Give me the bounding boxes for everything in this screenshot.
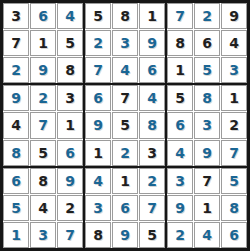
sudoku-board: 3647152985812397467298641539234718566749…	[0, 0, 250, 251]
cell-r4c1[interactable]: 9	[3, 85, 29, 111]
cell-r8c6[interactable]: 7	[139, 195, 165, 221]
cell-r5c7[interactable]: 6	[167, 112, 193, 138]
cell-r3c8[interactable]: 5	[194, 57, 220, 83]
cell-r8c1[interactable]: 5	[3, 195, 29, 221]
cell-r2c3[interactable]: 5	[57, 30, 83, 56]
cell-r7c1[interactable]: 6	[3, 168, 29, 194]
cell-r9c9[interactable]: 6	[221, 222, 247, 248]
cell-r3c2[interactable]: 9	[30, 57, 56, 83]
cell-r9c2[interactable]: 3	[30, 222, 56, 248]
box-8: 412367895	[85, 168, 165, 248]
cell-r5c2[interactable]: 7	[30, 112, 56, 138]
cell-r8c8[interactable]: 1	[194, 195, 220, 221]
cell-r1c2[interactable]: 6	[30, 3, 56, 29]
box-7: 689542137	[3, 168, 83, 248]
cell-r2c9[interactable]: 4	[221, 30, 247, 56]
cell-r9c1[interactable]: 1	[3, 222, 29, 248]
cell-r3c9[interactable]: 3	[221, 57, 247, 83]
cell-r6c8[interactable]: 9	[194, 140, 220, 166]
cell-r2c1[interactable]: 7	[3, 30, 29, 56]
cell-r1c6[interactable]: 1	[139, 3, 165, 29]
cell-r2c7[interactable]: 8	[167, 30, 193, 56]
cell-r1c5[interactable]: 8	[112, 3, 138, 29]
cell-r3c7[interactable]: 1	[167, 57, 193, 83]
cell-r1c7[interactable]: 7	[167, 3, 193, 29]
cell-r7c6[interactable]: 2	[139, 168, 165, 194]
cell-r9c5[interactable]: 9	[112, 222, 138, 248]
cell-r4c4[interactable]: 6	[85, 85, 111, 111]
cell-r2c6[interactable]: 9	[139, 30, 165, 56]
cell-r3c5[interactable]: 4	[112, 57, 138, 83]
cell-r6c4[interactable]: 1	[85, 140, 111, 166]
cell-r5c9[interactable]: 2	[221, 112, 247, 138]
cell-r1c1[interactable]: 3	[3, 3, 29, 29]
cell-r6c1[interactable]: 8	[3, 140, 29, 166]
box-6: 581632497	[167, 85, 247, 165]
cell-r5c3[interactable]: 1	[57, 112, 83, 138]
cell-r8c9[interactable]: 8	[221, 195, 247, 221]
box-5: 674958123	[85, 85, 165, 165]
cell-r4c8[interactable]: 8	[194, 85, 220, 111]
cell-r1c3[interactable]: 4	[57, 3, 83, 29]
cell-r6c2[interactable]: 5	[30, 140, 56, 166]
cell-r4c2[interactable]: 2	[30, 85, 56, 111]
cell-r4c3[interactable]: 3	[57, 85, 83, 111]
box-4: 923471856	[3, 85, 83, 165]
cell-r2c2[interactable]: 1	[30, 30, 56, 56]
cell-r7c5[interactable]: 1	[112, 168, 138, 194]
cell-r8c3[interactable]: 2	[57, 195, 83, 221]
cell-r1c8[interactable]: 2	[194, 3, 220, 29]
cell-r4c6[interactable]: 4	[139, 85, 165, 111]
cell-r1c4[interactable]: 5	[85, 3, 111, 29]
cell-r9c7[interactable]: 2	[167, 222, 193, 248]
box-9: 375918246	[167, 168, 247, 248]
cell-r5c5[interactable]: 5	[112, 112, 138, 138]
cell-r8c2[interactable]: 4	[30, 195, 56, 221]
cell-r5c6[interactable]: 8	[139, 112, 165, 138]
cell-r3c6[interactable]: 6	[139, 57, 165, 83]
cell-r4c9[interactable]: 1	[221, 85, 247, 111]
cell-r3c1[interactable]: 2	[3, 57, 29, 83]
cell-r5c1[interactable]: 4	[3, 112, 29, 138]
cell-r5c4[interactable]: 9	[85, 112, 111, 138]
cell-r7c2[interactable]: 8	[30, 168, 56, 194]
cell-r7c8[interactable]: 7	[194, 168, 220, 194]
box-3: 729864153	[167, 3, 247, 83]
cell-r2c4[interactable]: 2	[85, 30, 111, 56]
cell-r1c9[interactable]: 9	[221, 3, 247, 29]
cell-r8c7[interactable]: 9	[167, 195, 193, 221]
cell-r3c3[interactable]: 8	[57, 57, 83, 83]
cell-r6c3[interactable]: 6	[57, 140, 83, 166]
cell-r8c5[interactable]: 6	[112, 195, 138, 221]
cell-r4c5[interactable]: 7	[112, 85, 138, 111]
box-1: 364715298	[3, 3, 83, 83]
cell-r7c9[interactable]: 5	[221, 168, 247, 194]
cell-r9c8[interactable]: 4	[194, 222, 220, 248]
cell-r6c9[interactable]: 7	[221, 140, 247, 166]
cell-r2c5[interactable]: 3	[112, 30, 138, 56]
cell-r6c7[interactable]: 4	[167, 140, 193, 166]
cell-r9c3[interactable]: 7	[57, 222, 83, 248]
cell-r5c8[interactable]: 3	[194, 112, 220, 138]
cell-r2c8[interactable]: 6	[194, 30, 220, 56]
cell-r8c4[interactable]: 3	[85, 195, 111, 221]
cell-r7c3[interactable]: 9	[57, 168, 83, 194]
cell-r9c4[interactable]: 8	[85, 222, 111, 248]
cell-r3c4[interactable]: 7	[85, 57, 111, 83]
cell-r4c7[interactable]: 5	[167, 85, 193, 111]
cell-r7c7[interactable]: 3	[167, 168, 193, 194]
cell-r6c5[interactable]: 2	[112, 140, 138, 166]
box-2: 581239746	[85, 3, 165, 83]
cell-r9c6[interactable]: 5	[139, 222, 165, 248]
cell-r6c6[interactable]: 3	[139, 140, 165, 166]
cell-r7c4[interactable]: 4	[85, 168, 111, 194]
